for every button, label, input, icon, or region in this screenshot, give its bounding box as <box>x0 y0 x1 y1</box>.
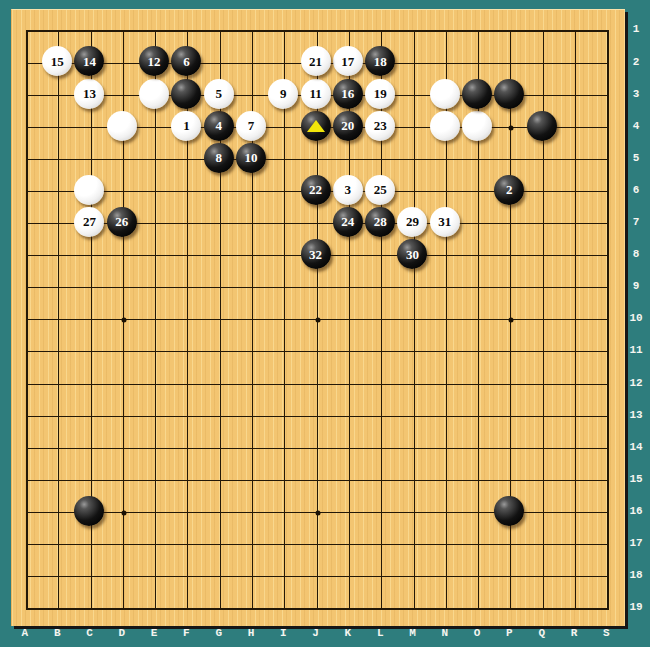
intersection-F3 <box>170 78 202 110</box>
intersection-D4 <box>106 110 138 142</box>
intersection-E2: 12 <box>138 45 170 77</box>
stone-black-P6-move-2: 2 <box>494 175 524 205</box>
stone-white-L6-move-25: 25 <box>365 175 395 205</box>
col-label-F: F <box>176 627 196 639</box>
stone-white-M7-move-29: 29 <box>397 207 427 237</box>
stone-black-P16 <box>494 496 524 526</box>
intersection-O3 <box>461 78 493 110</box>
intersection-C16 <box>73 495 105 527</box>
intersection-C3: 13 <box>73 78 105 110</box>
intersection-Q4 <box>526 110 558 142</box>
stone-black-J8-move-32: 32 <box>301 239 331 269</box>
stone-white-I3-move-9: 9 <box>268 79 298 109</box>
col-label-L: L <box>370 627 390 639</box>
stone-white-L4-move-23: 23 <box>365 111 395 141</box>
stone-white-C7-move-27: 27 <box>74 207 104 237</box>
stone-black-C2-move-14: 14 <box>74 46 104 76</box>
stone-black-H5-move-10: 10 <box>236 143 266 173</box>
intersection-J2: 21 <box>299 45 331 77</box>
stone-black-D7-move-26: 26 <box>107 207 137 237</box>
col-label-C: C <box>80 627 100 639</box>
intersection-J8: 32 <box>299 238 331 270</box>
col-label-I: I <box>273 627 293 639</box>
row-label-2: 2 <box>624 56 648 68</box>
intersection-C6 <box>73 174 105 206</box>
intersection-M8: 30 <box>396 238 428 270</box>
intersection-C7: 27 <box>73 206 105 238</box>
intersection-G3: 5 <box>203 78 235 110</box>
triangle-marker <box>307 120 325 132</box>
stone-black-G4-move-4: 4 <box>204 111 234 141</box>
intersection-K2: 17 <box>332 45 364 77</box>
row-label-14: 14 <box>624 441 648 453</box>
col-label-O: O <box>467 627 487 639</box>
col-label-P: P <box>499 627 519 639</box>
stone-white-H4-move-7: 7 <box>236 111 266 141</box>
row-label-8: 8 <box>624 248 648 260</box>
stone-white-D4 <box>107 111 137 141</box>
intersection-K6: 3 <box>332 174 364 206</box>
intersection-G4: 4 <box>203 110 235 142</box>
col-label-N: N <box>435 627 455 639</box>
col-label-J: J <box>306 627 326 639</box>
intersection-L3: 19 <box>364 78 396 110</box>
stone-white-L3-move-19: 19 <box>365 79 395 109</box>
intersection-B2: 15 <box>41 45 73 77</box>
row-label-9: 9 <box>624 280 648 292</box>
intersection-K3: 16 <box>332 78 364 110</box>
stone-black-E2-move-12: 12 <box>139 46 169 76</box>
intersection-L4: 23 <box>364 110 396 142</box>
intersection-L6: 25 <box>364 174 396 206</box>
intersection-P3 <box>493 78 525 110</box>
stone-white-E3 <box>139 79 169 109</box>
stone-white-O4 <box>462 111 492 141</box>
go-diagram: 1234567891011121314151617181920212223242… <box>0 0 650 647</box>
intersection-E3 <box>138 78 170 110</box>
stone-white-N4 <box>430 111 460 141</box>
stone-white-J3-move-11: 11 <box>301 79 331 109</box>
intersection-N3 <box>429 78 461 110</box>
intersection-H5: 10 <box>235 142 267 174</box>
stone-white-F4-move-1: 1 <box>171 111 201 141</box>
col-label-H: H <box>241 627 261 639</box>
row-label-18: 18 <box>624 569 648 581</box>
intersection-F2: 6 <box>170 45 202 77</box>
intersection-L2: 18 <box>364 45 396 77</box>
intersection-O4 <box>461 110 493 142</box>
stone-white-G3-move-5: 5 <box>204 79 234 109</box>
stone-black-G5-move-8: 8 <box>204 143 234 173</box>
stone-white-J2-move-21: 21 <box>301 46 331 76</box>
intersection-N7: 31 <box>429 206 461 238</box>
stone-black-K7-move-24: 24 <box>333 207 363 237</box>
col-label-D: D <box>112 627 132 639</box>
stone-white-C3-move-13: 13 <box>74 79 104 109</box>
stone-black-J4 <box>301 111 331 141</box>
stone-black-M8-move-30: 30 <box>397 239 427 269</box>
intersection-C2: 14 <box>73 45 105 77</box>
stone-white-K2-move-17: 17 <box>333 46 363 76</box>
stone-black-K4-move-20: 20 <box>333 111 363 141</box>
stone-black-K3-move-16: 16 <box>333 79 363 109</box>
stone-black-L7-move-28: 28 <box>365 207 395 237</box>
stone-black-Q4 <box>527 111 557 141</box>
col-label-K: K <box>338 627 358 639</box>
intersection-H4: 7 <box>235 110 267 142</box>
intersection-J6: 22 <box>299 174 331 206</box>
stone-black-O3 <box>462 79 492 109</box>
intersection-M7: 29 <box>396 206 428 238</box>
row-label-10: 10 <box>624 312 648 324</box>
stone-white-N3 <box>430 79 460 109</box>
intersection-J3: 11 <box>299 78 331 110</box>
col-label-A: A <box>15 627 35 639</box>
intersection-F4: 1 <box>170 110 202 142</box>
stone-black-P3 <box>494 79 524 109</box>
intersection-D7: 26 <box>106 206 138 238</box>
stone-black-C16 <box>74 496 104 526</box>
row-label-12: 12 <box>624 377 648 389</box>
col-label-M: M <box>403 627 423 639</box>
row-label-3: 3 <box>624 88 648 100</box>
stone-black-F3 <box>171 79 201 109</box>
row-label-4: 4 <box>624 120 648 132</box>
row-label-1: 1 <box>624 23 648 35</box>
col-label-Q: Q <box>532 627 552 639</box>
intersection-N4 <box>429 110 461 142</box>
intersection-L7: 28 <box>364 206 396 238</box>
col-label-G: G <box>209 627 229 639</box>
col-label-R: R <box>564 627 584 639</box>
intersection-J4 <box>299 110 331 142</box>
stone-white-K6-move-3: 3 <box>333 175 363 205</box>
intersection-I3: 9 <box>267 78 299 110</box>
row-label-7: 7 <box>624 216 648 228</box>
row-label-16: 16 <box>624 505 648 517</box>
row-label-11: 11 <box>624 344 648 356</box>
row-label-13: 13 <box>624 409 648 421</box>
intersection-P16 <box>493 495 525 527</box>
intersection-K7: 24 <box>332 206 364 238</box>
col-label-S: S <box>596 627 616 639</box>
col-label-E: E <box>144 627 164 639</box>
stone-white-N7-move-31: 31 <box>430 207 460 237</box>
row-label-6: 6 <box>624 184 648 196</box>
stones-layer: 1234567891011121314151617181920212223242… <box>9 13 623 623</box>
intersection-P6: 2 <box>493 174 525 206</box>
intersection-G5: 8 <box>203 142 235 174</box>
stone-black-J6-move-22: 22 <box>301 175 331 205</box>
row-label-17: 17 <box>624 537 648 549</box>
stone-white-C6 <box>74 175 104 205</box>
stone-black-F2-move-6: 6 <box>171 46 201 76</box>
stone-black-L2-move-18: 18 <box>365 46 395 76</box>
intersection-K4: 20 <box>332 110 364 142</box>
stone-white-B2-move-15: 15 <box>42 46 72 76</box>
row-label-19: 19 <box>624 601 648 613</box>
col-label-B: B <box>47 627 67 639</box>
row-label-5: 5 <box>624 152 648 164</box>
row-label-15: 15 <box>624 473 648 485</box>
